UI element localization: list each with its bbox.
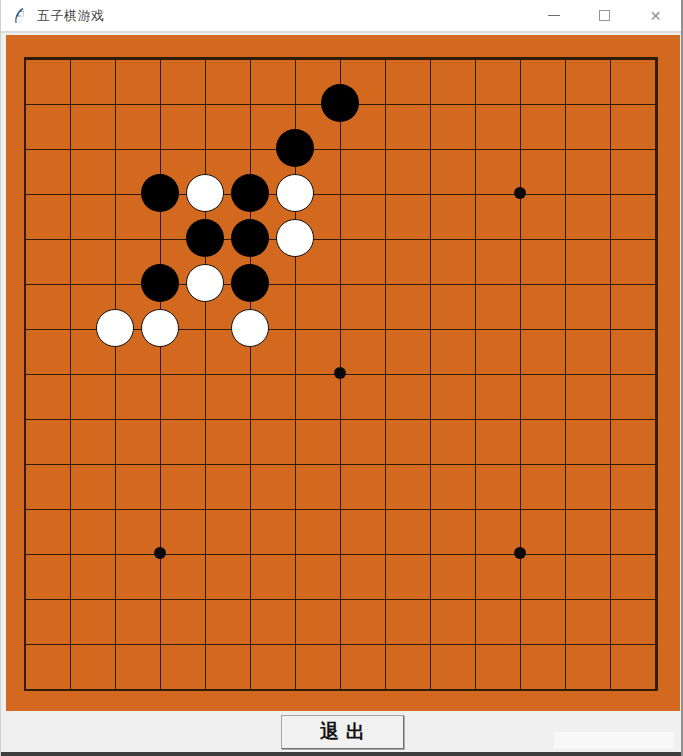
star-point xyxy=(154,547,166,559)
black-stone: ● xyxy=(141,264,179,302)
app-window: 五子棋游戏 ✕ ●●●●●●●●○○○○○○○ 退出 xyxy=(0,0,683,756)
white-stone: ○ xyxy=(141,309,179,347)
white-stone: ○ xyxy=(231,309,269,347)
white-stone: ○ xyxy=(276,174,314,212)
black-stone: ● xyxy=(231,174,269,212)
star-point xyxy=(514,187,526,199)
black-stone: ● xyxy=(321,84,359,122)
board-canvas[interactable]: ●●●●●●●●○○○○○○○ xyxy=(6,35,680,711)
black-stone: ● xyxy=(276,129,314,167)
title-bar: 五子棋游戏 ✕ xyxy=(1,0,681,33)
watermark xyxy=(554,732,674,749)
black-stone: ● xyxy=(231,219,269,257)
bottom-panel: 退出 xyxy=(1,711,681,752)
close-button[interactable]: ✕ xyxy=(630,0,681,31)
white-stone: ○ xyxy=(96,309,134,347)
white-stone: ○ xyxy=(186,264,224,302)
star-point xyxy=(334,367,346,379)
star-point xyxy=(514,547,526,559)
black-stone: ● xyxy=(186,219,224,257)
window-bottom-edge xyxy=(1,752,681,756)
minimize-button[interactable] xyxy=(528,0,579,31)
minimize-icon xyxy=(548,15,560,16)
white-stone: ○ xyxy=(186,174,224,212)
maximize-button[interactable] xyxy=(579,0,630,31)
window-controls: ✕ xyxy=(528,0,681,31)
exit-button[interactable]: 退出 xyxy=(281,715,404,749)
white-stone: ○ xyxy=(276,219,314,257)
python-feather-icon xyxy=(12,7,28,24)
window-title: 五子棋游戏 xyxy=(37,7,105,25)
close-icon: ✕ xyxy=(650,9,662,23)
black-stone: ● xyxy=(141,174,179,212)
stone-layer: ●●●●●●●●○○○○○○○ xyxy=(26,59,656,689)
black-stone: ● xyxy=(231,264,269,302)
maximize-icon xyxy=(599,10,610,21)
gomoku-board[interactable]: ●●●●●●●●○○○○○○○ xyxy=(24,57,658,691)
